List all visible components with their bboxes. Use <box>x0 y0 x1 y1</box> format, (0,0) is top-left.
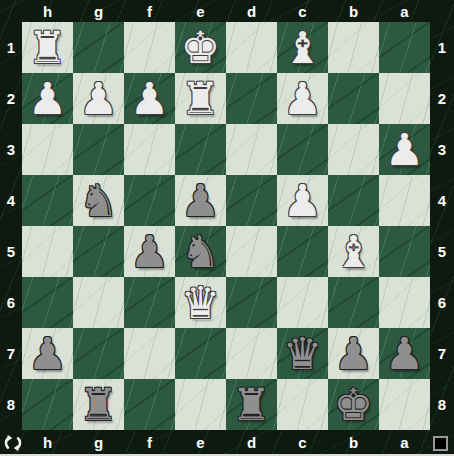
black-pawn-a7[interactable]: ♟ <box>385 328 424 379</box>
black-rook-g8[interactable]: ♜ <box>79 379 118 430</box>
square-d2[interactable] <box>226 73 277 124</box>
square-b7[interactable]: ♟ <box>328 328 379 379</box>
square-h8[interactable] <box>22 379 73 430</box>
square-b1[interactable] <box>328 22 379 73</box>
square-d7[interactable] <box>226 328 277 379</box>
rank-label-left-5: 5 <box>0 226 22 277</box>
rank-label-left-4: 4 <box>0 175 22 226</box>
square-c6[interactable] <box>277 277 328 328</box>
square-g1[interactable] <box>73 22 124 73</box>
square-c1[interactable]: ♝ <box>277 22 328 73</box>
file-label-top-a: a <box>379 0 430 22</box>
file-label-bottom-e: e <box>175 430 226 454</box>
square-e2[interactable]: ♜ <box>175 73 226 124</box>
white-bishop-c1[interactable]: ♝ <box>283 22 322 73</box>
black-pawn-e4[interactable]: ♟ <box>181 175 220 226</box>
square-h3[interactable] <box>22 124 73 175</box>
white-pawn-f2[interactable]: ♟ <box>130 73 169 124</box>
square-e1[interactable]: ♚ <box>175 22 226 73</box>
rotate-board-icon[interactable] <box>3 433 23 453</box>
white-rook-h1[interactable]: ♜ <box>28 22 67 73</box>
rank-label-left-2: 2 <box>0 73 22 124</box>
rank-label-left-8: 8 <box>0 379 22 430</box>
white-king-e1[interactable]: ♚ <box>181 22 220 73</box>
square-g8[interactable]: ♜ <box>73 379 124 430</box>
square-g6[interactable] <box>73 277 124 328</box>
white-bishop-b5[interactable]: ♝ <box>334 226 373 277</box>
square-a2[interactable] <box>379 73 430 124</box>
file-label-top-b: b <box>328 0 379 22</box>
stop-square-icon[interactable] <box>433 436 448 451</box>
square-g3[interactable] <box>73 124 124 175</box>
square-g7[interactable] <box>73 328 124 379</box>
rank-label-left-6: 6 <box>0 277 22 328</box>
square-b3[interactable] <box>328 124 379 175</box>
rank-label-right-5: 5 <box>430 226 454 277</box>
square-e5[interactable]: ♞ <box>175 226 226 277</box>
black-pawn-f5[interactable]: ♟ <box>130 226 169 277</box>
chess-board-widget: hgfedcba 12345678 12345678 hgfedcba ♜♚♝♟… <box>0 0 454 456</box>
square-h1[interactable]: ♜ <box>22 22 73 73</box>
square-b2[interactable] <box>328 73 379 124</box>
square-e8[interactable] <box>175 379 226 430</box>
square-f6[interactable] <box>124 277 175 328</box>
file-label-top-g: g <box>73 0 124 22</box>
square-c5[interactable] <box>277 226 328 277</box>
black-queen-c7[interactable]: ♛ <box>283 328 322 379</box>
square-a6[interactable] <box>379 277 430 328</box>
square-d4[interactable] <box>226 175 277 226</box>
file-label-top-f: f <box>124 0 175 22</box>
square-c4[interactable]: ♟ <box>277 175 328 226</box>
rank-label-right-1: 1 <box>430 22 454 73</box>
file-label-top-h: h <box>22 0 73 22</box>
white-rook-e2[interactable]: ♜ <box>181 73 220 124</box>
rank-label-left-1: 1 <box>0 22 22 73</box>
rank-label-left-3: 3 <box>0 124 22 175</box>
square-a4[interactable] <box>379 175 430 226</box>
file-label-bottom-g: g <box>73 430 124 454</box>
white-pawn-g2[interactable]: ♟ <box>79 73 118 124</box>
square-e6[interactable]: ♛ <box>175 277 226 328</box>
square-h7[interactable]: ♟ <box>22 328 73 379</box>
square-a7[interactable]: ♟ <box>379 328 430 379</box>
square-d5[interactable] <box>226 226 277 277</box>
square-b6[interactable] <box>328 277 379 328</box>
file-label-top-e: e <box>175 0 226 22</box>
file-label-top-c: c <box>277 0 328 22</box>
black-rook-d8[interactable]: ♜ <box>232 379 271 430</box>
file-label-bottom-h: h <box>22 430 73 454</box>
square-e3[interactable] <box>175 124 226 175</box>
square-b4[interactable] <box>328 175 379 226</box>
file-label-bottom-d: d <box>226 430 277 454</box>
square-c2[interactable]: ♟ <box>277 73 328 124</box>
white-pawn-a3[interactable]: ♟ <box>385 124 424 175</box>
square-g2[interactable]: ♟ <box>73 73 124 124</box>
white-pawn-c2[interactable]: ♟ <box>283 73 322 124</box>
black-king-b8[interactable]: ♚ <box>334 379 373 430</box>
square-a1[interactable] <box>379 22 430 73</box>
square-d8[interactable]: ♜ <box>226 379 277 430</box>
white-pawn-c4[interactable]: ♟ <box>283 175 322 226</box>
square-e4[interactable]: ♟ <box>175 175 226 226</box>
square-f2[interactable]: ♟ <box>124 73 175 124</box>
square-c8[interactable] <box>277 379 328 430</box>
square-a5[interactable] <box>379 226 430 277</box>
square-c3[interactable] <box>277 124 328 175</box>
square-f3[interactable] <box>124 124 175 175</box>
square-d3[interactable] <box>226 124 277 175</box>
square-h2[interactable]: ♟ <box>22 73 73 124</box>
file-label-bottom-f: f <box>124 430 175 454</box>
square-f8[interactable] <box>124 379 175 430</box>
rank-label-right-6: 6 <box>430 277 454 328</box>
square-f7[interactable] <box>124 328 175 379</box>
square-d6[interactable] <box>226 277 277 328</box>
square-a3[interactable]: ♟ <box>379 124 430 175</box>
rank-label-right-3: 3 <box>430 124 454 175</box>
black-pawn-h7[interactable]: ♟ <box>28 328 67 379</box>
square-f1[interactable] <box>124 22 175 73</box>
square-b8[interactable]: ♚ <box>328 379 379 430</box>
square-g4[interactable]: ♞ <box>73 175 124 226</box>
rank-label-right-8: 8 <box>430 379 454 430</box>
rank-label-left-7: 7 <box>0 328 22 379</box>
black-pawn-b7[interactable]: ♟ <box>334 328 373 379</box>
square-c7[interactable]: ♛ <box>277 328 328 379</box>
white-queen-e6[interactable]: ♛ <box>181 277 220 328</box>
file-label-top-d: d <box>226 0 277 22</box>
square-h4[interactable] <box>22 175 73 226</box>
square-f4[interactable] <box>124 175 175 226</box>
square-g5[interactable] <box>73 226 124 277</box>
rank-label-right-2: 2 <box>430 73 454 124</box>
square-b5[interactable]: ♝ <box>328 226 379 277</box>
file-label-bottom-a: a <box>379 430 430 454</box>
rank-labels-right: 12345678 <box>430 22 454 430</box>
file-label-bottom-c: c <box>277 430 328 454</box>
file-label-bottom-b: b <box>328 430 379 454</box>
board: ♜♚♝♟♟♟♜♟♟♞♟♟♟♞♝♛♟♛♟♟♜♜♚ <box>22 22 430 430</box>
square-e7[interactable] <box>175 328 226 379</box>
black-knight-g4[interactable]: ♞ <box>79 175 118 226</box>
square-d1[interactable] <box>226 22 277 73</box>
rank-label-right-7: 7 <box>430 328 454 379</box>
square-h5[interactable] <box>22 226 73 277</box>
square-a8[interactable] <box>379 379 430 430</box>
white-pawn-h2[interactable]: ♟ <box>28 73 67 124</box>
square-f5[interactable]: ♟ <box>124 226 175 277</box>
rank-label-right-4: 4 <box>430 175 454 226</box>
file-labels-top: hgfedcba <box>22 0 430 22</box>
rank-labels-left: 12345678 <box>0 22 22 430</box>
square-h6[interactable] <box>22 277 73 328</box>
file-labels-bottom: hgfedcba <box>22 430 430 454</box>
black-knight-e5[interactable]: ♞ <box>181 226 220 277</box>
